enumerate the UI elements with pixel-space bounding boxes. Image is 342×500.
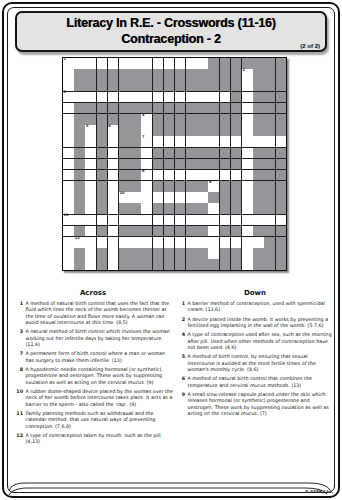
crossword-cell[interactable] (119, 237, 130, 248)
crossword-cell[interactable] (85, 226, 96, 237)
crossword-block-cell (164, 259, 175, 270)
crossword-cell[interactable] (197, 136, 208, 147)
crossword-block-cell (186, 148, 197, 159)
crossword-cell[interactable] (208, 92, 219, 103)
crossword-cell[interactable] (141, 159, 152, 170)
crossword-block-cell (153, 103, 164, 114)
crossword-cell[interactable] (63, 69, 74, 80)
crossword-block-cell (220, 148, 231, 159)
crossword-cell[interactable] (85, 58, 96, 69)
crossword-block-cell (141, 103, 152, 114)
crossword-block-cell (197, 69, 208, 80)
crossword-cell[interactable] (208, 215, 219, 226)
crossword-cell[interactable] (108, 92, 119, 103)
crossword-cell[interactable] (85, 248, 96, 259)
crossword-block-cell (153, 259, 164, 270)
crossword-cell[interactable] (130, 237, 141, 248)
crossword-cell[interactable] (264, 215, 275, 226)
crossword-block-cell (242, 58, 253, 69)
crossword-cell[interactable] (276, 215, 287, 226)
crossword-cell[interactable] (108, 226, 119, 237)
crossword-block-cell (97, 248, 108, 259)
across-clue-list: 1A method of natural birth control that … (14, 301, 174, 449)
crossword-block-cell (231, 103, 242, 114)
crossword-cell[interactable] (141, 203, 152, 214)
crossword-cell[interactable] (164, 170, 175, 181)
crossword-block-cell (153, 203, 164, 214)
crossword-cell[interactable] (242, 248, 253, 259)
crossword-block-cell (231, 159, 242, 170)
crossword-cell[interactable] (242, 215, 253, 226)
crossword-block-cell (164, 69, 175, 80)
crossword-block-cell (97, 259, 108, 270)
crossword-block-cell (164, 125, 175, 136)
crossword-block-cell (119, 181, 130, 192)
clue-item-number: 3 (14, 329, 23, 348)
crossword-block-cell (108, 114, 119, 125)
crossword-cell[interactable] (85, 136, 96, 147)
crossword-cell[interactable] (63, 170, 74, 181)
crossword-cell[interactable] (108, 203, 119, 214)
crossword-cell[interactable] (164, 215, 175, 226)
crossword-cell[interactable] (253, 215, 264, 226)
crossword-block-cell (97, 203, 108, 214)
crossword-block-cell (276, 203, 287, 214)
crossword-cell[interactable] (63, 226, 74, 237)
crossword-cell[interactable] (153, 170, 164, 181)
crossword-cell[interactable] (175, 215, 186, 226)
crossword-block-cell (164, 148, 175, 159)
crossword-cell[interactable] (130, 92, 141, 103)
crossword-block-cell (264, 192, 275, 203)
crossword-cell[interactable] (175, 170, 186, 181)
crossword-block-cell (253, 181, 264, 192)
crossword-block-cell (186, 181, 197, 192)
crossword-block-cell (208, 80, 219, 91)
crossword-block-cell (141, 259, 152, 270)
crossword-cell[interactable] (231, 237, 242, 248)
crossword-block-cell (253, 125, 264, 136)
crossword-block-cell (220, 114, 231, 125)
crossword-block-cell (108, 69, 119, 80)
crossword-cell[interactable] (108, 237, 119, 248)
crossword-block-cell (74, 103, 85, 114)
crossword-cell[interactable] (141, 215, 152, 226)
clue-item-text: A barrier method of contraception, used … (188, 301, 337, 314)
crossword-cell[interactable] (153, 58, 164, 69)
crossword-block-cell (197, 259, 208, 270)
crossword-cell[interactable] (208, 248, 219, 259)
crossword-block-cell (164, 114, 175, 125)
crossword-cell[interactable] (164, 58, 175, 69)
clue-number-label: 3 (64, 91, 67, 95)
page-subtitle: Contraception - 2 (17, 31, 325, 47)
crossword-cell[interactable] (153, 192, 164, 203)
crossword-cell[interactable] (220, 215, 231, 226)
crossword-cell[interactable] (197, 58, 208, 69)
crossword-block-cell (220, 248, 231, 259)
crossword-cell[interactable] (141, 92, 152, 103)
crossword-block-cell (130, 69, 141, 80)
crossword-block-cell (97, 114, 108, 125)
crossword-block-cell (220, 192, 231, 203)
crossword-cell[interactable] (85, 259, 96, 270)
crossword-cell[interactable] (197, 237, 208, 248)
crossword-cell[interactable] (186, 170, 197, 181)
crossword-block-cell (231, 181, 242, 192)
clue-number-label: 10 (120, 192, 125, 196)
crossword-cell[interactable] (85, 170, 96, 181)
crossword-cell[interactable]: 7 (141, 136, 152, 147)
crossword-block-cell (253, 114, 264, 125)
crossword-block-cell (97, 103, 108, 114)
crossword-block-cell (197, 248, 208, 259)
worksheet-page: Literacy In R.E. - Crosswords (11-16) Co… (0, 0, 342, 500)
clue-item-number: 10 (14, 389, 23, 408)
clue-number-label: 5 (86, 125, 89, 129)
crossword-cell[interactable] (164, 192, 175, 203)
crossword-cell[interactable] (63, 136, 74, 147)
crossword-block-cell (141, 226, 152, 237)
crossword-block-cell (74, 159, 85, 170)
crossword-cell[interactable] (74, 215, 85, 226)
clue-item-text: A hypodermic needle containing hormonal … (26, 367, 175, 386)
crossword-cell[interactable] (208, 203, 219, 214)
crossword-cell[interactable] (253, 136, 264, 147)
crossword-cell[interactable] (141, 148, 152, 159)
crossword-cell[interactable] (97, 237, 108, 248)
crossword-cell[interactable] (242, 92, 253, 103)
crossword-cell[interactable]: 11 (63, 215, 74, 226)
crossword-cell[interactable] (63, 125, 74, 136)
crossword-block-cell (253, 192, 264, 203)
crossword-block-cell (253, 226, 264, 237)
crossword-block-cell (97, 192, 108, 203)
crossword-block-cell (220, 181, 231, 192)
crossword-block-cell (220, 125, 231, 136)
crossword-cell[interactable] (97, 92, 108, 103)
crossword-cell[interactable] (108, 215, 119, 226)
crossword-cell[interactable] (208, 136, 219, 147)
crossword-cell[interactable] (85, 181, 96, 192)
crossword-block-cell (231, 259, 242, 270)
crossword-cell[interactable]: 8 (141, 170, 152, 181)
crossword-cell[interactable]: 6 (108, 125, 119, 136)
crossword-block-cell (130, 203, 141, 214)
crossword-cell[interactable] (74, 58, 85, 69)
crossword-block-cell (108, 80, 119, 91)
crossword-block-cell (153, 69, 164, 80)
crossword-cell[interactable] (85, 237, 96, 248)
clue-item-text: A permanent form of birth control where … (26, 351, 175, 364)
crossword-cell[interactable] (74, 92, 85, 103)
crossword-cell[interactable]: 12 (74, 237, 85, 248)
crossword-block-cell (253, 148, 264, 159)
crossword-cell[interactable] (220, 170, 231, 181)
crossword-cell[interactable] (197, 215, 208, 226)
crossword-cell[interactable] (153, 237, 164, 248)
crossword-block-cell (74, 226, 85, 237)
crossword-cell[interactable] (108, 248, 119, 259)
crossword-block-cell (208, 103, 219, 114)
crossword-cell[interactable]: 4 (141, 114, 152, 125)
crossword-cell[interactable] (85, 192, 96, 203)
crossword-cell[interactable] (242, 226, 253, 237)
crossword-cell[interactable] (242, 170, 253, 181)
crossword-block-cell (97, 69, 108, 80)
crossword-cell[interactable] (231, 136, 242, 147)
crossword-cell[interactable] (242, 159, 253, 170)
down-header: Down (176, 289, 334, 297)
crossword-block-cell (130, 114, 141, 125)
crossword-cell[interactable] (242, 103, 253, 114)
crossword-cell[interactable] (186, 192, 197, 203)
clue-item-text: A method of natural birth control that c… (188, 376, 337, 389)
crossword-block-cell (164, 80, 175, 91)
crossword-cell[interactable] (63, 114, 74, 125)
crossword-cell[interactable]: 3 (63, 92, 74, 103)
crossword-cell[interactable] (186, 215, 197, 226)
crossword-block-cell (74, 203, 85, 214)
crossword-cell[interactable] (197, 192, 208, 203)
crossword-block-cell (253, 203, 264, 214)
clue-number-label: 7 (142, 136, 145, 140)
crossword-cell[interactable] (108, 148, 119, 159)
crossword-block-cell (264, 92, 275, 103)
clue-item: 12A type of contraception taken by mouth… (14, 433, 174, 446)
crossword-cell[interactable] (242, 80, 253, 91)
crossword-block-cell (276, 103, 287, 114)
crossword-cell[interactable]: 5 (85, 125, 96, 136)
crossword-cell[interactable] (141, 181, 152, 192)
crossword-block-cell (276, 80, 287, 91)
crossword-cell[interactable] (85, 203, 96, 214)
crossword-cell[interactable] (141, 237, 152, 248)
crossword-block-cell (276, 69, 287, 80)
clue-number-label: 11 (64, 214, 69, 218)
crossword-cell[interactable] (231, 215, 242, 226)
crossword-cell[interactable] (63, 181, 74, 192)
crossword-block-cell (130, 181, 141, 192)
crossword-cell[interactable]: 10 (119, 192, 130, 203)
crossword-block-cell (130, 248, 141, 259)
crossword-cell[interactable] (130, 192, 141, 203)
crossword-cell[interactable] (242, 181, 253, 192)
clue-item-number: 7 (14, 351, 23, 364)
crossword-grid[interactable]: 123456789101112 (62, 57, 287, 271)
crossword-block-cell (130, 148, 141, 159)
crossword-block-cell (231, 114, 242, 125)
crossword-block-cell (264, 80, 275, 91)
crossword-cell[interactable]: 2 (242, 69, 253, 80)
crossword-cell[interactable] (63, 103, 74, 114)
crossword-block-cell (175, 103, 186, 114)
crossword-cell[interactable] (242, 203, 253, 214)
crossword-cell[interactable] (63, 192, 74, 203)
clue-number-label: 2 (243, 69, 246, 73)
crossword-cell[interactable] (242, 136, 253, 147)
crossword-cell[interactable] (242, 237, 253, 248)
crossword-cell[interactable] (208, 226, 219, 237)
crossword-cell[interactable] (97, 58, 108, 69)
crossword-cell[interactable] (175, 237, 186, 248)
crossword-block-cell (85, 80, 96, 91)
crossword-cell[interactable] (164, 92, 175, 103)
crossword-block-cell (119, 103, 130, 114)
crossword-block-cell (264, 237, 275, 248)
crossword-block-cell (119, 125, 130, 136)
crossword-cell[interactable] (186, 136, 197, 147)
crossword-cell[interactable] (119, 215, 130, 226)
crossword-block-cell (276, 237, 287, 248)
crossword-block-cell (153, 148, 164, 159)
crossword-cell[interactable] (153, 136, 164, 147)
crossword-cell[interactable] (63, 203, 74, 214)
crossword-block-cell (141, 248, 152, 259)
crossword-cell[interactable] (208, 170, 219, 181)
crossword-cell[interactable] (130, 58, 141, 69)
crossword-cell[interactable] (63, 80, 74, 91)
crossword-cell[interactable] (108, 159, 119, 170)
crossword-block-cell (253, 92, 264, 103)
crossword-block-cell (208, 192, 219, 203)
crossword-block-cell (74, 114, 85, 125)
crossword-cell[interactable] (186, 58, 197, 69)
crossword-cell[interactable] (63, 148, 74, 159)
crossword-cell[interactable] (242, 259, 253, 270)
crossword-block-cell (276, 125, 287, 136)
crossword-cell[interactable] (197, 170, 208, 181)
crossword-block-cell (130, 80, 141, 91)
crossword-cell[interactable] (175, 136, 186, 147)
clue-item-number: 1 (176, 301, 185, 314)
crossword-block-cell (164, 248, 175, 259)
crossword-cell[interactable]: 9 (208, 181, 219, 192)
crossword-block-cell (130, 159, 141, 170)
crossword-block-cell (175, 181, 186, 192)
crossword-block-cell (264, 259, 275, 270)
crossword-cell[interactable] (175, 92, 186, 103)
crossword-block-cell (197, 148, 208, 159)
crossword-block-cell (175, 259, 186, 270)
crossword-block-cell (119, 136, 130, 147)
crossword-block-cell (264, 159, 275, 170)
crossword-block-cell (208, 114, 219, 125)
crossword-block-cell (186, 103, 197, 114)
crossword-cell[interactable] (141, 192, 152, 203)
crossword-block-cell (186, 248, 197, 259)
crossword-cell[interactable] (242, 114, 253, 125)
crossword-cell[interactable] (108, 192, 119, 203)
crossword-cell[interactable] (119, 92, 130, 103)
crossword-block-cell (164, 159, 175, 170)
crossword-cell[interactable] (220, 92, 231, 103)
crossword-block-cell (276, 170, 287, 181)
crossword-cell[interactable] (63, 259, 74, 270)
crossword-cell[interactable] (197, 92, 208, 103)
crossword-cell[interactable] (242, 125, 253, 136)
crossword-block-cell (186, 114, 197, 125)
crossword-block-cell (164, 203, 175, 214)
crossword-block-cell (197, 103, 208, 114)
crossword-cell[interactable] (153, 215, 164, 226)
crossword-cell[interactable] (108, 259, 119, 270)
crossword-cell[interactable] (85, 215, 96, 226)
crossword-cell[interactable] (175, 58, 186, 69)
crossword-cell[interactable] (108, 58, 119, 69)
crossword-block-cell (164, 226, 175, 237)
crossword-cell[interactable] (119, 58, 130, 69)
crossword-cell[interactable]: 1 (63, 58, 74, 69)
crossword-block-cell (119, 69, 130, 80)
clue-item: 2A device placed inside the womb. It wor… (176, 317, 336, 330)
crossword-cell[interactable] (108, 136, 119, 147)
crossword-cell[interactable] (63, 237, 74, 248)
crossword-cell[interactable] (85, 148, 96, 159)
crossword-cell[interactable] (63, 248, 74, 259)
crossword-block-cell (175, 203, 186, 214)
clue-number-label: 9 (209, 181, 212, 185)
crossword-cell[interactable] (242, 192, 253, 203)
crossword-cell[interactable] (85, 159, 96, 170)
clue-item-text: Family planning methods such as withdraw… (26, 411, 175, 430)
crossword-cell[interactable] (63, 159, 74, 170)
crossword-cell[interactable] (186, 237, 197, 248)
crossword-cell[interactable] (220, 136, 231, 147)
crossword-cell[interactable] (276, 136, 287, 147)
crossword-block-cell (220, 69, 231, 80)
crossword-cell[interactable] (175, 192, 186, 203)
crossword-block-cell (253, 170, 264, 181)
crossword-cell[interactable] (108, 181, 119, 192)
crossword-block-cell (85, 69, 96, 80)
clue-number-label: 12 (75, 237, 80, 241)
crossword-cell[interactable] (242, 148, 253, 159)
crossword-cell[interactable] (141, 125, 152, 136)
crossword-block-cell (220, 259, 231, 270)
crossword-cell[interactable] (85, 92, 96, 103)
clue-item: 6A method of natural birth control that … (176, 376, 336, 389)
crossword-cell[interactable] (220, 237, 231, 248)
crossword-cell[interactable] (130, 215, 141, 226)
crossword-cell[interactable] (141, 58, 152, 69)
crossword-cell[interactable] (108, 170, 119, 181)
crossword-block-cell (119, 114, 130, 125)
crossword-cell[interactable] (164, 136, 175, 147)
crossword-cell[interactable] (97, 215, 108, 226)
clue-item: 3A natural method of birth control which… (14, 329, 174, 348)
crossword-block-cell (153, 248, 164, 259)
crossword-cell[interactable] (264, 136, 275, 147)
crossword-cell[interactable] (253, 237, 264, 248)
clue-item: 8A hypodermic needle containing hormonal… (14, 367, 174, 386)
crossword-cell[interactable] (164, 237, 175, 248)
crossword-block-cell (175, 148, 186, 159)
crossword-block-cell (253, 259, 264, 270)
crossword-cell[interactable] (186, 92, 197, 103)
crossword-block-cell (97, 125, 108, 136)
clue-item-number: 12 (14, 433, 23, 446)
across-header: Across (14, 289, 172, 297)
crossword-cell[interactable] (153, 92, 164, 103)
crossword-block-cell (231, 203, 242, 214)
clue-number-label: 6 (108, 125, 111, 129)
crossword-block-cell (97, 159, 108, 170)
crossword-cell[interactable] (208, 237, 219, 248)
crossword-cell[interactable] (231, 170, 242, 181)
crossword-block-cell (231, 248, 242, 259)
crossword-block-cell (85, 103, 96, 114)
